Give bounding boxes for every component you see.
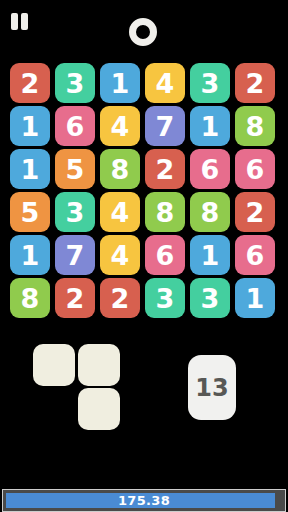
tray-piece-cell[interactable] [78,344,120,386]
tile-r6c4[interactable]: 3 [145,278,185,318]
tray-piece-cell[interactable] [78,388,120,430]
progress-bar: 175.38 [2,489,286,512]
pause-icon [21,13,28,30]
tile-r4c6[interactable]: 2 [235,192,275,232]
tile-r2c1[interactable]: 1 [10,106,50,146]
tile-r4c3[interactable]: 4 [100,192,140,232]
pause-button[interactable] [11,13,28,30]
tile-r5c4[interactable]: 6 [145,235,185,275]
tile-r6c6[interactable]: 1 [235,278,275,318]
tile-r2c2[interactable]: 6 [55,106,95,146]
tile-r3c3[interactable]: 8 [100,149,140,189]
tile-r3c5[interactable]: 6 [190,149,230,189]
tile-r3c1[interactable]: 1 [10,149,50,189]
tile-r5c2[interactable]: 7 [55,235,95,275]
tile-r6c5[interactable]: 3 [190,278,230,318]
tile-r1c6[interactable]: 2 [235,63,275,103]
tile-r5c6[interactable]: 6 [235,235,275,275]
tile-r1c5[interactable]: 3 [190,63,230,103]
tile-r6c1[interactable]: 8 [10,278,50,318]
tile-r2c5[interactable]: 1 [190,106,230,146]
tile-r3c2[interactable]: 5 [55,149,95,189]
progress-value: 175.38 [3,490,285,511]
tile-r5c5[interactable]: 1 [190,235,230,275]
tile-r6c3[interactable]: 2 [100,278,140,318]
tile-r1c4[interactable]: 4 [145,63,185,103]
tile-r4c1[interactable]: 5 [10,192,50,232]
tile-r1c3[interactable]: 1 [100,63,140,103]
tile-r1c2[interactable]: 3 [55,63,95,103]
tile-r4c4[interactable]: 8 [145,192,185,232]
tray-piece-cell[interactable] [33,344,75,386]
board: 231432164718158266534882174616822331 [10,63,275,318]
tile-r4c2[interactable]: 3 [55,192,95,232]
pause-icon [11,13,18,30]
tile-r2c6[interactable]: 8 [235,106,275,146]
tile-r5c1[interactable]: 1 [10,235,50,275]
tile-r2c4[interactable]: 7 [145,106,185,146]
tile-r6c2[interactable]: 2 [55,278,95,318]
ring-button[interactable] [129,18,157,46]
tile-r2c3[interactable]: 4 [100,106,140,146]
tile-r1c1[interactable]: 2 [10,63,50,103]
tile-r4c5[interactable]: 8 [190,192,230,232]
tile-r3c6[interactable]: 6 [235,149,275,189]
tile-r3c4[interactable]: 2 [145,149,185,189]
card-value: 13 [195,374,228,402]
card-tile[interactable]: 13 [188,355,236,420]
tile-r5c3[interactable]: 4 [100,235,140,275]
game-screen: 231432164718158266534882174616822331 13 … [0,0,288,512]
